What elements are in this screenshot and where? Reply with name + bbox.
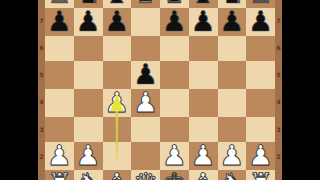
piece-bP-a7[interactable]: ♟ <box>47 8 72 36</box>
square-a1[interactable]: ♜ <box>45 170 74 180</box>
piece-bP-h7[interactable]: ♟ <box>248 8 273 36</box>
video-frame: 87654321 87654321 ♜♞♝♛♚♝♞♜♟♟♟♟♟♟♟♟♟♟♟♟♟♟… <box>0 0 320 180</box>
piece-wN-b1[interactable]: ♞ <box>76 170 101 180</box>
square-d6[interactable] <box>131 36 160 61</box>
square-a7[interactable]: ♟ <box>45 8 74 36</box>
rank-label-6: 6 <box>38 45 45 51</box>
rank-label-7: 7 <box>38 18 45 24</box>
square-g7[interactable]: ♟ <box>218 8 247 36</box>
board-grid: ♜♞♝♛♚♝♞♜♟♟♟♟♟♟♟♟♟♟♟♟♟♟♟♟♜♞♝♛♚♝♞♜ <box>45 0 275 180</box>
piece-wP-a2[interactable]: ♟ <box>47 142 72 170</box>
square-d2[interactable] <box>131 142 160 170</box>
piece-bN-g8[interactable]: ♞ <box>219 0 244 8</box>
square-d4[interactable]: ♟ <box>131 89 160 117</box>
piece-bN-b8[interactable]: ♞ <box>76 0 101 8</box>
square-b4[interactable] <box>74 89 103 117</box>
square-e2[interactable]: ♟ <box>160 142 189 170</box>
square-f3[interactable] <box>189 117 218 142</box>
rank-labels-left: 87654321 <box>38 0 45 180</box>
piece-bP-c7[interactable]: ♟ <box>104 8 129 36</box>
piece-wB-c1[interactable]: ♝ <box>104 170 129 180</box>
square-b3[interactable] <box>74 117 103 142</box>
square-b1[interactable]: ♞ <box>74 170 103 180</box>
square-e7[interactable]: ♟ <box>160 8 189 36</box>
rank-label-7: 7 <box>275 18 282 24</box>
square-c8[interactable]: ♝ <box>103 0 132 8</box>
square-f1[interactable]: ♝ <box>189 170 218 180</box>
piece-wP-d4[interactable]: ♟ <box>133 89 158 117</box>
square-d5[interactable]: ♟ <box>131 61 160 89</box>
rank-label-2: 2 <box>275 154 282 160</box>
square-h3[interactable] <box>246 117 275 142</box>
piece-bP-f7[interactable]: ♟ <box>191 8 216 36</box>
rank-label-3: 3 <box>275 127 282 133</box>
piece-bQ-d8[interactable]: ♛ <box>133 0 158 8</box>
piece-bP-b7[interactable]: ♟ <box>76 8 101 36</box>
piece-bR-h8[interactable]: ♜ <box>248 0 273 8</box>
square-g2[interactable]: ♟ <box>218 142 247 170</box>
rank-label-4: 4 <box>38 99 45 105</box>
square-a5[interactable] <box>45 61 74 89</box>
square-c2[interactable] <box>103 142 132 170</box>
square-c4[interactable]: ♟ <box>103 89 132 117</box>
rank-label-6: 6 <box>275 45 282 51</box>
piece-wP-c4[interactable]: ♟ <box>104 89 129 117</box>
square-h4[interactable] <box>246 89 275 117</box>
square-g4[interactable] <box>218 89 247 117</box>
square-d1[interactable]: ♛ <box>131 170 160 180</box>
square-g1[interactable]: ♞ <box>218 170 247 180</box>
piece-wK-e1[interactable]: ♚ <box>162 170 187 180</box>
square-b2[interactable]: ♟ <box>74 142 103 170</box>
square-a8[interactable]: ♜ <box>45 0 74 8</box>
piece-wR-h1[interactable]: ♜ <box>248 170 273 180</box>
square-g3[interactable] <box>218 117 247 142</box>
square-h8[interactable]: ♜ <box>246 0 275 8</box>
square-b5[interactable] <box>74 61 103 89</box>
square-e8[interactable]: ♚ <box>160 0 189 8</box>
square-g5[interactable] <box>218 61 247 89</box>
piece-wN-g1[interactable]: ♞ <box>219 170 244 180</box>
square-e6[interactable] <box>160 36 189 61</box>
square-c1[interactable]: ♝ <box>103 170 132 180</box>
square-f6[interactable] <box>189 36 218 61</box>
rank-label-5: 5 <box>38 72 45 78</box>
square-c6[interactable] <box>103 36 132 61</box>
square-d3[interactable] <box>131 117 160 142</box>
square-e3[interactable] <box>160 117 189 142</box>
square-a6[interactable] <box>45 36 74 61</box>
square-e5[interactable] <box>160 61 189 89</box>
piece-bP-e7[interactable]: ♟ <box>162 8 187 36</box>
piece-wP-g2[interactable]: ♟ <box>219 142 244 170</box>
square-d7[interactable] <box>131 8 160 36</box>
piece-bP-g7[interactable]: ♟ <box>219 8 244 36</box>
square-b6[interactable] <box>74 36 103 61</box>
piece-bB-f8[interactable]: ♝ <box>191 0 216 8</box>
rank-label-2: 2 <box>38 154 45 160</box>
square-c3[interactable] <box>103 117 132 142</box>
rank-label-5: 5 <box>275 72 282 78</box>
piece-wP-b2[interactable]: ♟ <box>76 142 101 170</box>
square-e4[interactable] <box>160 89 189 117</box>
piece-bB-c8[interactable]: ♝ <box>104 0 129 8</box>
square-g8[interactable]: ♞ <box>218 0 247 8</box>
piece-wP-f2[interactable]: ♟ <box>191 142 216 170</box>
square-a4[interactable] <box>45 89 74 117</box>
piece-wP-e2[interactable]: ♟ <box>162 142 187 170</box>
piece-wQ-d1[interactable]: ♛ <box>133 170 158 180</box>
rank-label-4: 4 <box>275 99 282 105</box>
piece-wR-a1[interactable]: ♜ <box>47 170 72 180</box>
square-h7[interactable]: ♟ <box>246 8 275 36</box>
square-e1[interactable]: ♚ <box>160 170 189 180</box>
square-d8[interactable]: ♛ <box>131 0 160 8</box>
square-h1[interactable]: ♜ <box>246 170 275 180</box>
square-f5[interactable] <box>189 61 218 89</box>
rank-label-3: 3 <box>38 127 45 133</box>
square-h6[interactable] <box>246 36 275 61</box>
square-f8[interactable]: ♝ <box>189 0 218 8</box>
square-a2[interactable]: ♟ <box>45 142 74 170</box>
chess-board: 87654321 87654321 ♜♞♝♛♚♝♞♜♟♟♟♟♟♟♟♟♟♟♟♟♟♟… <box>38 0 282 180</box>
piece-wP-h2[interactable]: ♟ <box>248 142 273 170</box>
square-c7[interactable]: ♟ <box>103 8 132 36</box>
rank-labels-right: 87654321 <box>275 0 282 180</box>
square-f4[interactable] <box>189 89 218 117</box>
square-b7[interactable]: ♟ <box>74 8 103 36</box>
square-h5[interactable] <box>246 61 275 89</box>
square-c5[interactable] <box>103 61 132 89</box>
piece-bK-e8[interactable]: ♚ <box>162 0 187 8</box>
piece-bP-d5[interactable]: ♟ <box>133 61 158 89</box>
square-h2[interactable]: ♟ <box>246 142 275 170</box>
square-g6[interactable] <box>218 36 247 61</box>
square-a3[interactable] <box>45 117 74 142</box>
square-f2[interactable]: ♟ <box>189 142 218 170</box>
piece-wB-f1[interactable]: ♝ <box>191 170 216 180</box>
square-f7[interactable]: ♟ <box>189 8 218 36</box>
square-b8[interactable]: ♞ <box>74 0 103 8</box>
piece-bR-a8[interactable]: ♜ <box>47 0 72 8</box>
